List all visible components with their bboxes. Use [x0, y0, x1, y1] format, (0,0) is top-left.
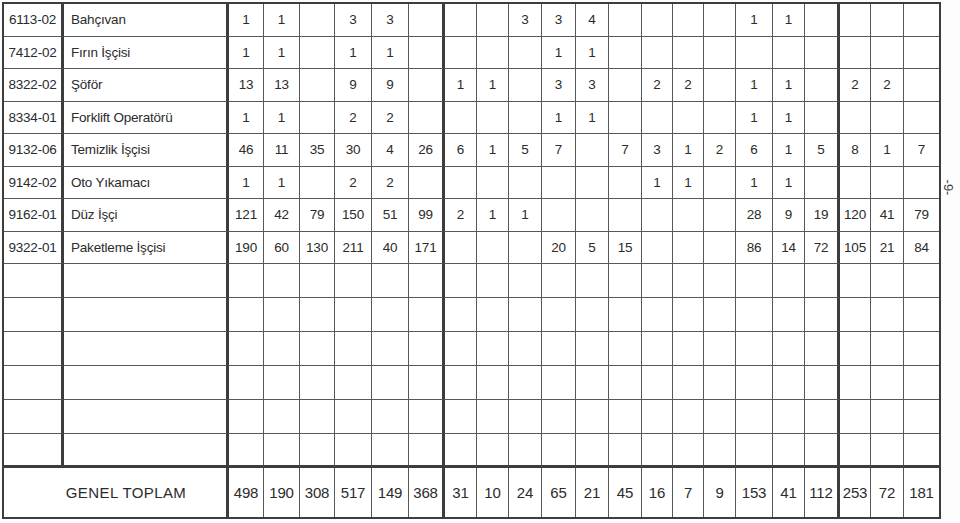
grand-total-value-cell: 7 [673, 468, 704, 517]
value-cell: 2 [445, 199, 477, 232]
value-cell [840, 102, 871, 135]
empty-value-cell [704, 264, 736, 298]
value-cell: 1 [773, 134, 805, 167]
value-cell [673, 199, 704, 232]
value-cell: 9 [773, 199, 805, 232]
occupation-name-cell: Paketleme İşçisi [64, 232, 229, 265]
value-cell: 4 [372, 134, 409, 167]
grand-total-value-cell: 153 [736, 468, 773, 517]
empty-value-cell [335, 264, 372, 298]
empty-value-cell [409, 298, 445, 332]
empty-value-cell [609, 332, 642, 366]
value-cell [805, 69, 840, 102]
value-cell [477, 232, 509, 265]
value-cell: 7 [542, 134, 576, 167]
occupation-name-cell: Fırın İşçisi [64, 37, 229, 70]
occupation-name-cell: Forklift Operatörü [64, 102, 229, 135]
value-cell [904, 167, 939, 200]
value-cell [805, 4, 840, 37]
value-cell [673, 4, 704, 37]
value-cell: 20 [542, 232, 576, 265]
empty-value-cell [372, 264, 409, 298]
value-cell: 1 [229, 167, 264, 200]
empty-value-cell [576, 332, 609, 366]
empty-code-cell [4, 298, 64, 332]
empty-value-cell [300, 332, 335, 366]
grand-total-value-cell: 24 [509, 468, 542, 517]
empty-value-cell [609, 434, 642, 468]
empty-code-cell [4, 332, 64, 366]
value-cell [704, 167, 736, 200]
value-cell: 1 [264, 167, 300, 200]
occupation-name-cell: Oto Yıkamacı [64, 167, 229, 200]
value-cell: 21 [871, 232, 904, 265]
empty-value-cell [642, 264, 673, 298]
value-cell: 105 [840, 232, 871, 265]
value-cell [445, 232, 477, 265]
empty-value-cell [904, 366, 939, 400]
empty-value-cell [509, 434, 542, 468]
value-cell: 2 [840, 69, 871, 102]
empty-value-cell [509, 366, 542, 400]
occupation-code-cell: 9132-06 [4, 134, 64, 167]
empty-value-cell [477, 366, 509, 400]
empty-value-cell [542, 264, 576, 298]
value-cell: 15 [609, 232, 642, 265]
empty-value-cell [576, 298, 609, 332]
value-cell [409, 167, 445, 200]
empty-value-cell [805, 366, 840, 400]
value-cell [300, 102, 335, 135]
empty-value-cell [642, 400, 673, 434]
empty-value-cell [609, 298, 642, 332]
value-cell [300, 167, 335, 200]
empty-value-cell [704, 366, 736, 400]
value-cell: 5 [576, 232, 609, 265]
value-cell: 35 [300, 134, 335, 167]
value-cell [704, 102, 736, 135]
grand-total-value-cell: 517 [335, 468, 372, 517]
occupation-name-cell: Şöför [64, 69, 229, 102]
empty-name-cell [64, 298, 229, 332]
empty-value-cell [642, 434, 673, 468]
empty-value-cell [409, 332, 445, 366]
empty-value-cell [335, 366, 372, 400]
value-cell [409, 4, 445, 37]
empty-value-cell [300, 400, 335, 434]
occupation-code-cell: 9322-01 [4, 232, 64, 265]
value-cell: 1 [736, 69, 773, 102]
empty-value-cell [509, 400, 542, 434]
empty-value-cell [904, 298, 939, 332]
grand-total-value-cell: 45 [609, 468, 642, 517]
value-cell: 1 [773, 102, 805, 135]
empty-value-cell [509, 264, 542, 298]
value-cell [904, 37, 939, 70]
value-cell [642, 199, 673, 232]
empty-value-cell [335, 332, 372, 366]
value-cell: 6 [736, 134, 773, 167]
value-cell: 11 [264, 134, 300, 167]
empty-value-cell [576, 264, 609, 298]
grand-total-value-cell: 41 [773, 468, 805, 517]
empty-value-cell [372, 366, 409, 400]
grand-total-value-cell: 112 [805, 468, 840, 517]
value-cell: 171 [409, 232, 445, 265]
occupation-name-cell: Temizlik İşçisi [64, 134, 229, 167]
grand-total-value-cell: 16 [642, 468, 673, 517]
empty-value-cell [642, 366, 673, 400]
value-cell: 2 [871, 69, 904, 102]
empty-value-cell [409, 434, 445, 468]
value-cell [871, 4, 904, 37]
value-cell [704, 37, 736, 70]
value-cell: 1 [576, 37, 609, 70]
value-cell: 3 [542, 69, 576, 102]
empty-value-cell [805, 400, 840, 434]
value-cell [840, 4, 871, 37]
empty-value-cell [300, 264, 335, 298]
page-number-label: -9- [941, 179, 956, 195]
grand-total-value-cell: 72 [871, 468, 904, 517]
value-cell: 1 [264, 102, 300, 135]
empty-value-cell [871, 366, 904, 400]
value-cell: 1 [509, 199, 542, 232]
empty-value-cell [300, 366, 335, 400]
value-cell [576, 199, 609, 232]
empty-code-cell [4, 264, 64, 298]
occupation-code-cell: 6113-02 [4, 4, 64, 37]
value-cell: 1 [477, 134, 509, 167]
grand-total-value-cell: 181 [904, 468, 939, 517]
value-cell [300, 37, 335, 70]
empty-value-cell [904, 332, 939, 366]
occupation-name-cell: Düz İşçi [64, 199, 229, 232]
value-cell: 3 [372, 4, 409, 37]
value-cell: 40 [372, 232, 409, 265]
value-cell [642, 232, 673, 265]
value-cell [871, 102, 904, 135]
empty-value-cell [704, 400, 736, 434]
empty-value-cell [773, 366, 805, 400]
value-cell [840, 37, 871, 70]
empty-value-cell [871, 264, 904, 298]
value-cell: 2 [335, 167, 372, 200]
empty-value-cell [372, 434, 409, 468]
value-cell: 42 [264, 199, 300, 232]
empty-value-cell [576, 434, 609, 468]
empty-code-cell [4, 400, 64, 434]
empty-value-cell [409, 264, 445, 298]
empty-value-cell [576, 366, 609, 400]
value-cell: 41 [871, 199, 904, 232]
empty-value-cell [264, 434, 300, 468]
occupation-code-cell: 8334-01 [4, 102, 64, 135]
value-cell [642, 37, 673, 70]
value-cell [445, 37, 477, 70]
value-cell: 1 [229, 4, 264, 37]
grand-total-value-cell: 9 [704, 468, 736, 517]
empty-value-cell [840, 400, 871, 434]
empty-value-cell [542, 366, 576, 400]
value-cell [609, 37, 642, 70]
value-cell: 3 [576, 69, 609, 102]
empty-value-cell [372, 298, 409, 332]
grand-total-value-cell: 65 [542, 468, 576, 517]
grand-total-value-cell: 21 [576, 468, 609, 517]
statistics-table: 6113-02Bahçıvan1133334117412-02Fırın İşç… [2, 2, 941, 519]
empty-value-cell [871, 400, 904, 434]
value-cell: 30 [335, 134, 372, 167]
value-cell [871, 167, 904, 200]
value-cell: 1 [542, 37, 576, 70]
value-cell: 1 [445, 69, 477, 102]
empty-value-cell [736, 434, 773, 468]
value-cell: 1 [773, 4, 805, 37]
empty-value-cell [264, 298, 300, 332]
empty-value-cell [445, 298, 477, 332]
value-cell [805, 167, 840, 200]
grand-total-value-cell: 10 [477, 468, 509, 517]
empty-value-cell [477, 264, 509, 298]
value-cell [477, 167, 509, 200]
empty-value-cell [335, 434, 372, 468]
value-cell: 2 [704, 134, 736, 167]
value-cell: 5 [805, 134, 840, 167]
empty-value-cell [609, 366, 642, 400]
occupation-code-cell: 9162-01 [4, 199, 64, 232]
empty-value-cell [871, 434, 904, 468]
value-cell [840, 167, 871, 200]
value-cell [609, 69, 642, 102]
empty-value-cell [840, 298, 871, 332]
value-cell: 5 [509, 134, 542, 167]
value-cell [477, 4, 509, 37]
value-cell [300, 69, 335, 102]
empty-value-cell [576, 400, 609, 434]
occupation-code-cell: 7412-02 [4, 37, 64, 70]
empty-value-cell [445, 264, 477, 298]
value-cell: 79 [904, 199, 939, 232]
empty-value-cell [736, 298, 773, 332]
value-cell [704, 199, 736, 232]
empty-value-cell [445, 434, 477, 468]
empty-value-cell [736, 366, 773, 400]
value-cell [542, 199, 576, 232]
empty-value-cell [704, 332, 736, 366]
empty-value-cell [736, 400, 773, 434]
value-cell: 99 [409, 199, 445, 232]
empty-name-cell [64, 434, 229, 468]
value-cell [576, 167, 609, 200]
value-cell: 1 [229, 102, 264, 135]
empty-value-cell [335, 400, 372, 434]
value-cell [609, 199, 642, 232]
value-cell [704, 69, 736, 102]
value-cell: 86 [736, 232, 773, 265]
value-cell: 1 [773, 69, 805, 102]
value-cell [736, 37, 773, 70]
value-cell: 3 [509, 4, 542, 37]
empty-value-cell [372, 332, 409, 366]
value-cell: 1 [736, 4, 773, 37]
value-cell [509, 37, 542, 70]
value-cell: 1 [264, 4, 300, 37]
value-cell: 1 [673, 167, 704, 200]
empty-code-cell [4, 366, 64, 400]
value-cell: 9 [372, 69, 409, 102]
value-cell: 2 [673, 69, 704, 102]
value-cell [542, 167, 576, 200]
empty-value-cell [264, 366, 300, 400]
value-cell: 13 [229, 69, 264, 102]
value-cell: 2 [372, 167, 409, 200]
value-cell [509, 69, 542, 102]
empty-value-cell [871, 332, 904, 366]
empty-value-cell [409, 400, 445, 434]
value-cell: 121 [229, 199, 264, 232]
empty-value-cell [477, 332, 509, 366]
empty-value-cell [264, 332, 300, 366]
empty-value-cell [609, 400, 642, 434]
value-cell [704, 232, 736, 265]
empty-value-cell [736, 332, 773, 366]
value-cell: 1 [542, 102, 576, 135]
empty-value-cell [542, 434, 576, 468]
value-cell [477, 37, 509, 70]
value-cell: 1 [642, 167, 673, 200]
empty-value-cell [840, 332, 871, 366]
empty-value-cell [409, 366, 445, 400]
empty-value-cell [477, 400, 509, 434]
value-cell [871, 37, 904, 70]
empty-value-cell [773, 332, 805, 366]
value-cell: 1 [576, 102, 609, 135]
value-cell [673, 37, 704, 70]
value-cell [509, 232, 542, 265]
empty-value-cell [542, 400, 576, 434]
value-cell [805, 37, 840, 70]
value-cell: 51 [372, 199, 409, 232]
value-cell: 1 [871, 134, 904, 167]
empty-value-cell [372, 400, 409, 434]
value-cell: 120 [840, 199, 871, 232]
value-cell [609, 4, 642, 37]
value-cell: 9 [335, 69, 372, 102]
empty-value-cell [773, 400, 805, 434]
value-cell [300, 4, 335, 37]
value-cell: 72 [805, 232, 840, 265]
value-cell: 14 [773, 232, 805, 265]
value-cell: 3 [542, 4, 576, 37]
value-cell [642, 4, 673, 37]
empty-value-cell [542, 332, 576, 366]
value-cell [409, 69, 445, 102]
empty-value-cell [840, 264, 871, 298]
empty-value-cell [609, 264, 642, 298]
value-cell: 19 [805, 199, 840, 232]
empty-name-cell [64, 264, 229, 298]
empty-value-cell [904, 400, 939, 434]
empty-value-cell [229, 366, 264, 400]
empty-name-cell [64, 366, 229, 400]
grand-total-label-cell: GENEL TOPLAM [4, 468, 229, 517]
occupation-name-cell: Bahçıvan [64, 4, 229, 37]
value-cell [609, 102, 642, 135]
empty-value-cell [805, 434, 840, 468]
empty-value-cell [229, 434, 264, 468]
value-cell: 2 [335, 102, 372, 135]
empty-value-cell [773, 434, 805, 468]
value-cell: 60 [264, 232, 300, 265]
value-cell: 4 [576, 4, 609, 37]
value-cell [805, 102, 840, 135]
value-cell: 1 [372, 37, 409, 70]
empty-value-cell [673, 332, 704, 366]
value-cell [576, 134, 609, 167]
empty-value-cell [642, 298, 673, 332]
value-cell: 79 [300, 199, 335, 232]
empty-value-cell [805, 264, 840, 298]
value-cell [642, 102, 673, 135]
grand-total-value-cell: 31 [445, 468, 477, 517]
empty-value-cell [904, 264, 939, 298]
value-cell: 1 [477, 69, 509, 102]
value-cell [409, 102, 445, 135]
value-cell [445, 4, 477, 37]
value-cell: 7 [904, 134, 939, 167]
empty-value-cell [673, 298, 704, 332]
empty-value-cell [445, 366, 477, 400]
value-cell [477, 102, 509, 135]
empty-name-cell [64, 400, 229, 434]
value-cell [673, 102, 704, 135]
value-cell: 26 [409, 134, 445, 167]
empty-value-cell [477, 434, 509, 468]
value-cell: 1 [736, 102, 773, 135]
value-cell [445, 167, 477, 200]
grand-total-value-cell: 149 [372, 468, 409, 517]
empty-value-cell [264, 400, 300, 434]
empty-value-cell [805, 298, 840, 332]
grand-total-value-cell: 368 [409, 468, 445, 517]
value-cell [509, 167, 542, 200]
empty-value-cell [871, 298, 904, 332]
empty-value-cell [805, 332, 840, 366]
empty-value-cell [509, 332, 542, 366]
empty-value-cell [509, 298, 542, 332]
value-cell: 13 [264, 69, 300, 102]
value-cell: 130 [300, 232, 335, 265]
occupation-code-cell: 9142-02 [4, 167, 64, 200]
empty-value-cell [229, 400, 264, 434]
empty-value-cell [642, 332, 673, 366]
empty-value-cell [445, 400, 477, 434]
value-cell: 2 [372, 102, 409, 135]
value-cell [409, 37, 445, 70]
empty-value-cell [673, 264, 704, 298]
value-cell: 3 [642, 134, 673, 167]
value-cell: 1 [773, 167, 805, 200]
empty-value-cell [704, 298, 736, 332]
empty-value-cell [264, 264, 300, 298]
value-cell: 3 [335, 4, 372, 37]
page-number: -9- [938, 168, 959, 206]
empty-value-cell [335, 298, 372, 332]
empty-value-cell [840, 434, 871, 468]
value-cell: 1 [673, 134, 704, 167]
value-cell: 84 [904, 232, 939, 265]
